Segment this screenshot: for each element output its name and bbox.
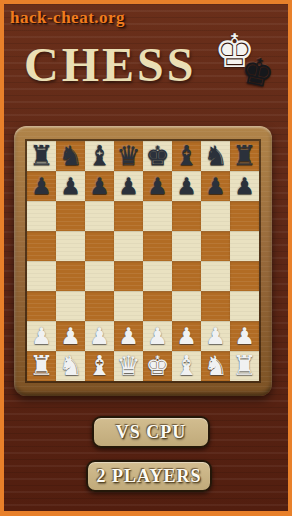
watermark-text: hack-cheat.org [10,8,125,28]
piece-black-pawn: ♟ [89,171,110,201]
square-a8[interactable]: ♜ [27,141,56,171]
square-g7[interactable]: ♟ [201,171,230,201]
square-c7[interactable]: ♟ [85,171,114,201]
piece-black-pawn: ♟ [118,171,139,201]
square-a3[interactable] [27,291,56,321]
square-e2[interactable]: ♟ [143,321,172,351]
title-piece-icons: ♚ ♚ [209,26,289,106]
square-c2[interactable]: ♟ [85,321,114,351]
square-e6[interactable] [143,201,172,231]
square-a6[interactable] [27,201,56,231]
piece-black-pawn: ♟ [205,171,226,201]
square-h6[interactable] [230,201,259,231]
square-d6[interactable] [114,201,143,231]
square-d3[interactable] [114,291,143,321]
piece-black-rook: ♜ [232,141,256,171]
piece-white-pawn: ♟ [176,321,197,351]
piece-white-pawn: ♟ [31,321,52,351]
square-c8[interactable]: ♝ [85,141,114,171]
piece-black-pawn: ♟ [60,171,81,201]
square-f3[interactable] [172,291,201,321]
square-d7[interactable]: ♟ [114,171,143,201]
piece-white-pawn: ♟ [205,321,226,351]
square-c4[interactable] [85,261,114,291]
square-f6[interactable] [172,201,201,231]
square-d5[interactable] [114,231,143,261]
square-c6[interactable] [85,201,114,231]
piece-white-pawn: ♟ [147,321,168,351]
square-h7[interactable]: ♟ [230,171,259,201]
piece-white-knight: ♞ [58,351,82,381]
square-b6[interactable] [56,201,85,231]
square-e7[interactable]: ♟ [143,171,172,201]
square-d2[interactable]: ♟ [114,321,143,351]
square-b2[interactable]: ♟ [56,321,85,351]
piece-black-pawn: ♟ [234,171,255,201]
square-a4[interactable] [27,261,56,291]
square-f7[interactable]: ♟ [172,171,201,201]
piece-black-rook: ♜ [29,141,53,171]
piece-white-pawn: ♟ [60,321,81,351]
square-c5[interactable] [85,231,114,261]
square-a7[interactable]: ♟ [27,171,56,201]
piece-white-pawn: ♟ [234,321,255,351]
piece-white-king: ♚ [145,351,169,381]
square-f5[interactable] [172,231,201,261]
board-frame: ♜♞♝♛♚♝♞♜♟♟♟♟♟♟♟♟♟♟♟♟♟♟♟♟♜♞♝♛♚♝♞♜ [14,126,272,396]
square-h8[interactable]: ♜ [230,141,259,171]
piece-black-pawn: ♟ [147,171,168,201]
square-g6[interactable] [201,201,230,231]
square-f4[interactable] [172,261,201,291]
piece-white-pawn: ♟ [118,321,139,351]
two-players-button[interactable]: 2 PLAYERS [86,460,212,492]
piece-black-pawn: ♟ [176,171,197,201]
square-g8[interactable]: ♞ [201,141,230,171]
chess-board: ♜♞♝♛♚♝♞♜♟♟♟♟♟♟♟♟♟♟♟♟♟♟♟♟♜♞♝♛♚♝♞♜ [27,141,259,381]
piece-white-bishop: ♝ [174,351,198,381]
vs-cpu-button[interactable]: VS CPU [92,416,210,448]
square-g2[interactable]: ♟ [201,321,230,351]
square-e8[interactable]: ♚ [143,141,172,171]
square-b8[interactable]: ♞ [56,141,85,171]
piece-white-queen: ♛ [116,351,140,381]
square-h3[interactable] [230,291,259,321]
piece-white-bishop: ♝ [87,351,111,381]
piece-black-bishop: ♝ [87,141,111,171]
square-e4[interactable] [143,261,172,291]
square-b5[interactable] [56,231,85,261]
square-h1[interactable]: ♜ [230,351,259,381]
square-f1[interactable]: ♝ [172,351,201,381]
square-h2[interactable]: ♟ [230,321,259,351]
square-d8[interactable]: ♛ [114,141,143,171]
square-d1[interactable]: ♛ [114,351,143,381]
piece-black-pawn: ♟ [31,171,52,201]
square-h5[interactable] [230,231,259,261]
square-a2[interactable]: ♟ [27,321,56,351]
square-e3[interactable] [143,291,172,321]
square-c1[interactable]: ♝ [85,351,114,381]
square-g4[interactable] [201,261,230,291]
piece-white-pawn: ♟ [89,321,110,351]
black-king-icon: ♚ [238,51,278,94]
piece-white-knight: ♞ [203,351,227,381]
square-e1[interactable]: ♚ [143,351,172,381]
square-f2[interactable]: ♟ [172,321,201,351]
square-b1[interactable]: ♞ [56,351,85,381]
square-h4[interactable] [230,261,259,291]
piece-black-knight: ♞ [203,141,227,171]
piece-black-king: ♚ [145,141,169,171]
square-a5[interactable] [27,231,56,261]
square-b7[interactable]: ♟ [56,171,85,201]
piece-black-bishop: ♝ [174,141,198,171]
page-title: CHESS [24,38,196,92]
square-e5[interactable] [143,231,172,261]
square-g3[interactable] [201,291,230,321]
square-b3[interactable] [56,291,85,321]
chess-app-screen: hack-cheat.org CHESS ♚ ♚ ♜♞♝♛♚♝♞♜♟♟♟♟♟♟♟… [0,0,292,516]
piece-black-queen: ♛ [116,141,140,171]
square-f8[interactable]: ♝ [172,141,201,171]
square-c3[interactable] [85,291,114,321]
piece-black-knight: ♞ [58,141,82,171]
square-g5[interactable] [201,231,230,261]
square-a1[interactable]: ♜ [27,351,56,381]
piece-white-rook: ♜ [29,351,53,381]
square-d4[interactable] [114,261,143,291]
square-b4[interactable] [56,261,85,291]
square-g1[interactable]: ♞ [201,351,230,381]
piece-white-rook: ♜ [232,351,256,381]
